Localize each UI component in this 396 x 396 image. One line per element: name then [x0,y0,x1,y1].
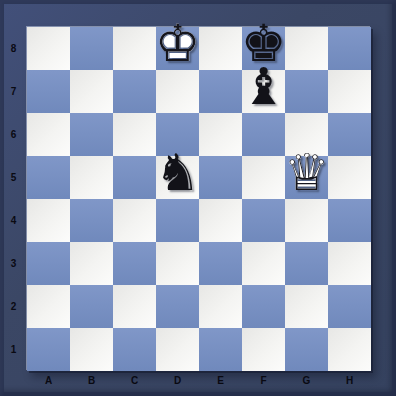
rank-label-3: 3 [0,242,27,285]
square-h6[interactable] [328,113,371,156]
square-e2[interactable] [199,285,242,328]
square-b1[interactable] [70,328,113,371]
square-h2[interactable] [328,285,371,328]
square-c5[interactable] [113,156,156,199]
square-c6[interactable] [113,113,156,156]
square-c7[interactable] [113,70,156,113]
square-e6[interactable] [199,113,242,156]
square-c3[interactable] [113,242,156,285]
white-king-outline-glyph: ♔ [155,17,201,68]
square-c1[interactable] [113,328,156,371]
file-label-e: E [199,371,242,396]
rank-label-7: 7 [0,70,27,113]
rank-label-8: 8 [0,27,27,70]
square-c8[interactable] [113,27,156,70]
square-g5[interactable]: ♛♕ [285,156,328,199]
square-g4[interactable] [285,199,328,242]
rank-label-1: 1 [0,328,27,371]
piece-black-knight-d5[interactable]: ♞ [156,156,199,199]
square-d8[interactable]: ♚♔ [156,27,199,70]
file-label-a: A [27,371,70,396]
square-b2[interactable] [70,285,113,328]
square-e3[interactable] [199,242,242,285]
square-g3[interactable] [285,242,328,285]
square-a7[interactable] [27,70,70,113]
square-a6[interactable] [27,113,70,156]
rank-label-2: 2 [0,285,27,328]
square-g8[interactable] [285,27,328,70]
square-f3[interactable] [242,242,285,285]
chess-board: ♚♔♚♝♞♛♕ [27,27,371,371]
square-f6[interactable] [242,113,285,156]
rank-label-4: 4 [0,199,27,242]
white-queen-outline-glyph: ♕ [284,146,330,197]
file-labels: ABCDEFGH [27,371,371,396]
square-b5[interactable] [70,156,113,199]
square-e7[interactable] [199,70,242,113]
black-bishop-glyph: ♝ [241,60,287,111]
piece-white-king-d8[interactable]: ♚♔ [156,27,199,70]
square-d5[interactable]: ♞ [156,156,199,199]
file-label-h: H [328,371,371,396]
square-e1[interactable] [199,328,242,371]
file-label-c: C [113,371,156,396]
square-d3[interactable] [156,242,199,285]
square-g7[interactable] [285,70,328,113]
square-c4[interactable] [113,199,156,242]
square-c2[interactable] [113,285,156,328]
square-d1[interactable] [156,328,199,371]
square-f2[interactable] [242,285,285,328]
square-b3[interactable] [70,242,113,285]
square-h3[interactable] [328,242,371,285]
black-knight-glyph: ♞ [155,146,201,197]
square-h4[interactable] [328,199,371,242]
square-d2[interactable] [156,285,199,328]
square-f1[interactable] [242,328,285,371]
file-label-g: G [285,371,328,396]
square-a1[interactable] [27,328,70,371]
square-f4[interactable] [242,199,285,242]
file-label-b: B [70,371,113,396]
square-b7[interactable] [70,70,113,113]
square-h7[interactable] [328,70,371,113]
file-label-f: F [242,371,285,396]
file-label-d: D [156,371,199,396]
square-b6[interactable] [70,113,113,156]
square-a3[interactable] [27,242,70,285]
square-d7[interactable] [156,70,199,113]
square-a8[interactable] [27,27,70,70]
square-h8[interactable] [328,27,371,70]
square-a2[interactable] [27,285,70,328]
rank-label-5: 5 [0,156,27,199]
square-h5[interactable] [328,156,371,199]
piece-white-queen-g5[interactable]: ♛♕ [285,156,328,199]
rank-labels: 87654321 [0,27,27,371]
square-b8[interactable] [70,27,113,70]
board-frame: 87654321 ABCDEFGH ♚♔♚♝♞♛♕ [0,0,396,396]
square-e8[interactable] [199,27,242,70]
square-a5[interactable] [27,156,70,199]
piece-black-bishop-f7[interactable]: ♝ [242,70,285,113]
square-f7[interactable]: ♝ [242,70,285,113]
square-a4[interactable] [27,199,70,242]
square-h1[interactable] [328,328,371,371]
square-g2[interactable] [285,285,328,328]
square-g1[interactable] [285,328,328,371]
square-b4[interactable] [70,199,113,242]
square-e5[interactable] [199,156,242,199]
square-f5[interactable] [242,156,285,199]
rank-label-6: 6 [0,113,27,156]
square-d4[interactable] [156,199,199,242]
square-e4[interactable] [199,199,242,242]
